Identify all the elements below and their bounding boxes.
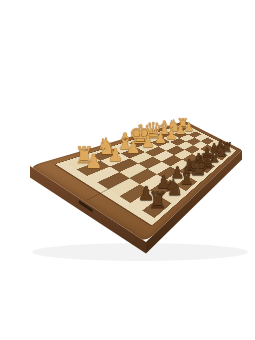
product-photo-stage: ♜♞♝♛♚♝♞♜♟♟♟♟♟♟♟♟♟♟♟♟♟♟♟♟♜♞♝♛♚♝♞♜ (0, 0, 255, 340)
